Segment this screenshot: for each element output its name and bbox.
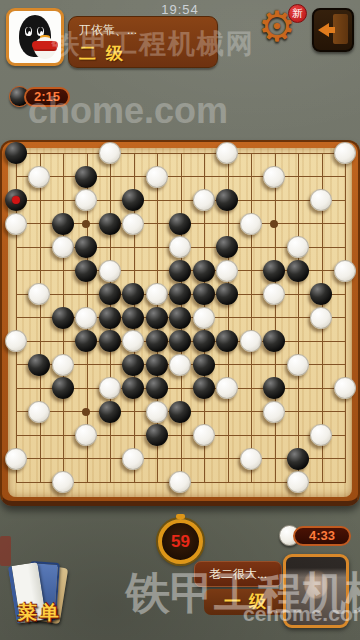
opponent-avatar[interactable] <box>283 554 349 628</box>
black-time: 2:15 <box>24 87 70 107</box>
board-grid <box>16 153 346 483</box>
player-name-plate: 丌依靠、... 二级 <box>68 16 218 68</box>
menu-label: 菜单 <box>6 600 74 626</box>
chat-bubble: 老二很大... <box>194 561 282 587</box>
door-icon <box>333 14 348 44</box>
black-timer: 2:15 <box>9 86 70 107</box>
seal-stamp <box>0 536 11 566</box>
white-time: 4:33 <box>293 526 351 546</box>
opponent-level-badge: 一级 <box>204 589 294 615</box>
player-name: 丌依靠、... <box>79 22 209 39</box>
move-countdown-badge: 59 <box>158 519 203 564</box>
new-badge: 新 <box>288 4 307 23</box>
menu-button[interactable]: 菜单 <box>6 556 74 634</box>
game-screen: 19:54 丌依靠、... 二级 ⚙ 新 2:15 59 老二很大... 一级 <box>0 0 360 640</box>
exit-button[interactable] <box>312 8 354 52</box>
status-clock: 19:54 <box>150 2 210 17</box>
player-level-badge: 二级 <box>79 42 209 65</box>
qq-penguin-icon <box>19 15 51 57</box>
white-timer: 4:33 <box>279 525 351 546</box>
player-avatar[interactable] <box>6 8 64 66</box>
settings-button[interactable]: ⚙ 新 <box>258 6 304 54</box>
